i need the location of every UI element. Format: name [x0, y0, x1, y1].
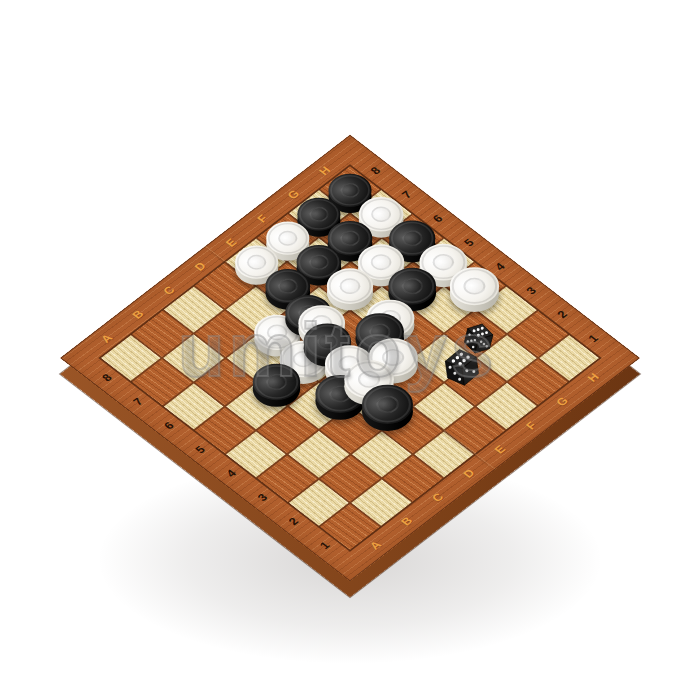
label-file-f-top: F	[254, 212, 270, 224]
label-rank-4-left: 4	[223, 467, 239, 479]
scene: AABBCCDDEEFFGGHH1122334455667788 umitoys	[0, 0, 700, 700]
label-rank-4-right: 4	[492, 260, 508, 272]
label-file-e-bottom: E	[492, 443, 509, 456]
label-file-h-top: H	[316, 164, 333, 177]
label-file-b-bottom: B	[398, 515, 415, 528]
label-rank-5-right: 5	[461, 237, 477, 249]
label-rank-6-left: 6	[161, 419, 177, 431]
label-file-e-top: E	[223, 236, 240, 249]
label-rank-6-right: 6	[430, 213, 446, 225]
label-rank-5-left: 5	[192, 443, 208, 455]
label-file-c-bottom: C	[429, 491, 446, 504]
label-rank-2-right: 2	[554, 308, 570, 320]
label-file-g-bottom: G	[553, 395, 571, 409]
label-file-d-bottom: D	[460, 467, 477, 480]
label-rank-8-right: 8	[368, 165, 384, 177]
label-rank-2-left: 2	[286, 515, 302, 527]
label-file-d-top: D	[191, 260, 208, 273]
label-file-g-top: G	[285, 188, 303, 202]
label-rank-3-left: 3	[254, 491, 270, 503]
label-file-a-bottom: A	[367, 539, 384, 552]
label-rank-3-right: 3	[523, 284, 539, 296]
label-file-f-bottom: F	[523, 419, 539, 431]
label-file-b-top: B	[129, 308, 146, 321]
label-rank-1-left: 1	[317, 539, 333, 551]
label-file-c-top: C	[160, 284, 177, 297]
label-rank-7-left: 7	[130, 396, 146, 408]
label-file-h-bottom: H	[585, 371, 602, 384]
label-file-a-top: A	[98, 332, 115, 345]
label-rank-1-right: 1	[585, 332, 601, 344]
label-rank-7-right: 7	[399, 189, 415, 201]
label-rank-8-left: 8	[99, 372, 115, 384]
